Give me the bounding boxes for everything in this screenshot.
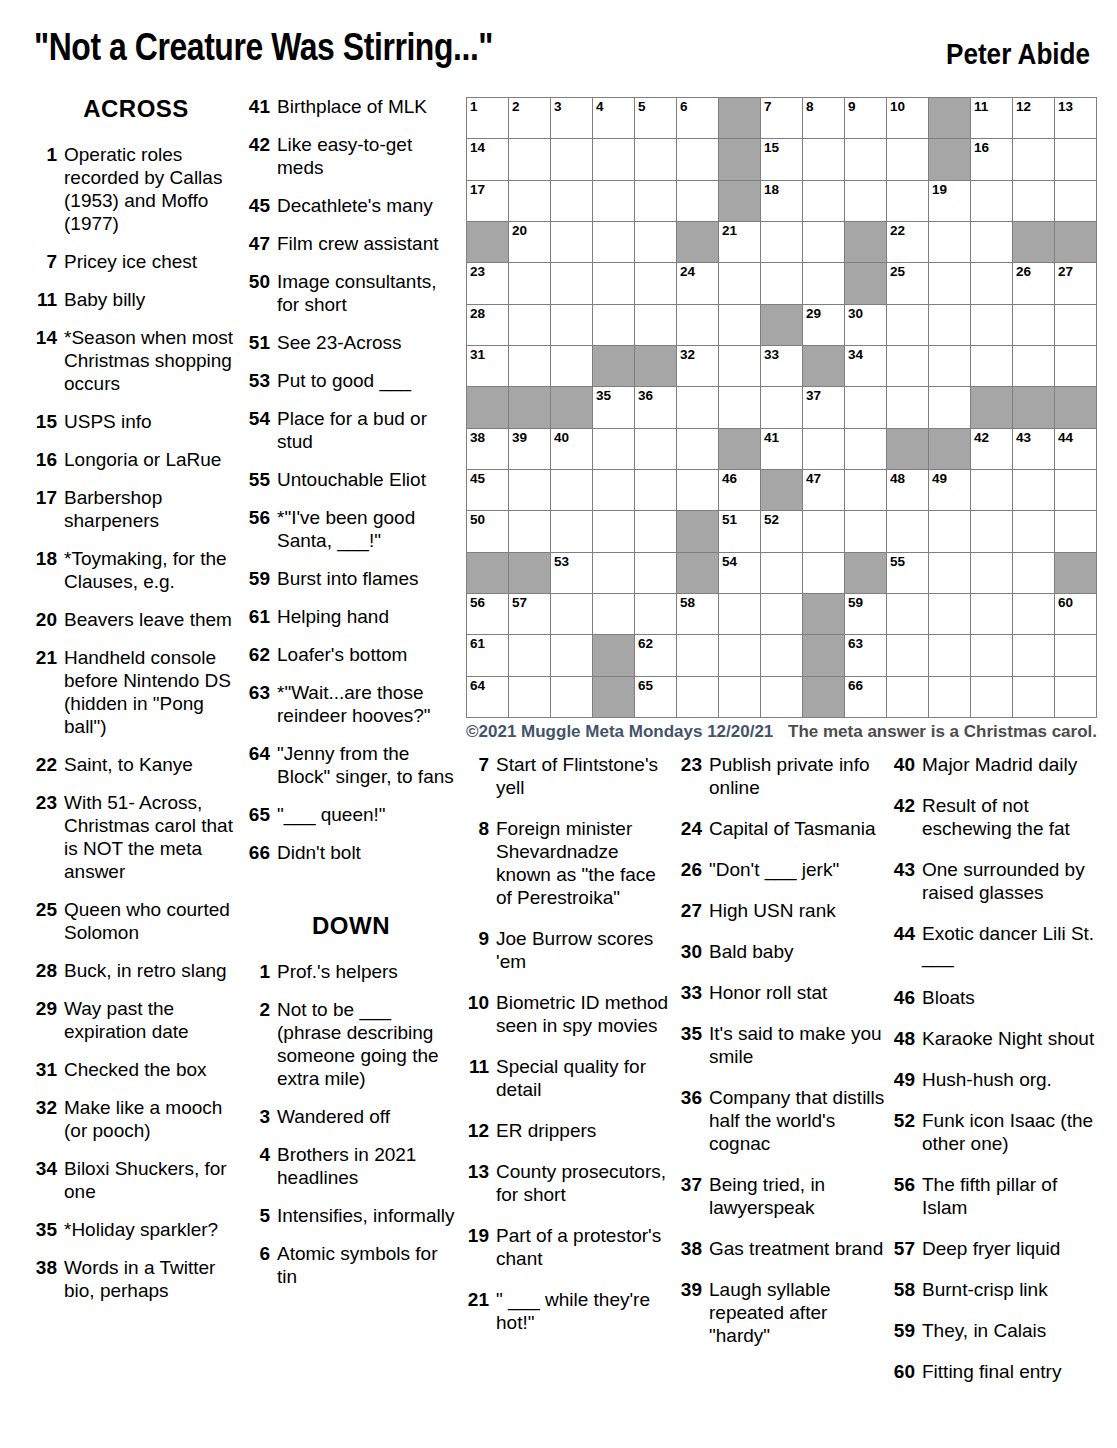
grid-cell-white[interactable] [635,263,677,304]
clue-item: 18*Toymaking, for the Clauses, e.g. [34,547,238,593]
grid-cell-white[interactable] [551,677,593,718]
grid-cell-white[interactable] [971,553,1013,594]
clue-number: 6 [247,1242,277,1288]
grid-cell-white[interactable] [887,635,929,676]
grid-cell-white[interactable] [1013,470,1055,511]
grid-cell-white[interactable] [845,387,887,428]
grid-cell-white[interactable] [635,222,677,263]
grid-cell-white[interactable] [551,222,593,263]
clue-item: 21" ___ while they're hot!" [466,1288,672,1334]
grid-cell-white[interactable] [509,139,551,180]
grid-cell-white[interactable] [677,181,719,222]
grid-cell-white[interactable]: 6 [677,98,719,139]
grid-cell-white[interactable] [887,305,929,346]
grid-cell-white[interactable]: 23 [467,263,509,304]
clue-number: 32 [34,1096,64,1142]
clue-text: Special quality for detail [496,1055,672,1101]
cell-number: 38 [470,431,485,445]
grid-cell-white[interactable]: 17 [467,181,509,222]
grid-cell-block [719,429,761,470]
grid-cell-white[interactable]: 35 [593,387,635,428]
grid-cell-white[interactable] [509,263,551,304]
grid-cell-white[interactable] [803,429,845,470]
clue-text: "___ queen!" [277,803,455,826]
grid-cell-white[interactable] [635,181,677,222]
grid-cell-white[interactable]: 4 [593,98,635,139]
cell-number: 57 [512,596,527,610]
grid-cell-white[interactable] [509,346,551,387]
clue-text: Capital of Tasmania [709,817,890,840]
grid-cell-white[interactable] [887,181,929,222]
grid-cell-white[interactable]: 13 [1055,98,1097,139]
grid-cell-white[interactable] [845,139,887,180]
clue-text: *"I've been good Santa, ___!" [277,506,455,552]
grid-cell-white[interactable] [593,139,635,180]
grid-cell-white[interactable] [635,429,677,470]
grid-cell-white[interactable]: 54 [719,553,761,594]
grid-cell-white[interactable] [929,677,971,718]
grid-cell-white[interactable]: 9 [845,98,887,139]
grid-cell-white[interactable] [1055,139,1097,180]
grid-cell-white[interactable]: 22 [887,222,929,263]
grid-cell-block [719,181,761,222]
clue-number: 23 [679,753,709,799]
clue-number: 22 [34,753,64,776]
cell-number: 3 [554,100,562,114]
grid-cell-white[interactable] [887,594,929,635]
clue-number: 3 [247,1105,277,1128]
grid-cell-white[interactable] [761,387,803,428]
grid-cell-block [803,594,845,635]
grid-cell-white[interactable]: 53 [551,553,593,594]
grid-cell-white[interactable]: 58 [677,594,719,635]
grid-cell-white[interactable] [719,677,761,718]
grid-cell-white[interactable] [635,139,677,180]
clue-text: Hush-hush org. [922,1068,1105,1091]
grid-cell-white[interactable]: 51 [719,511,761,552]
cell-number: 66 [848,679,863,693]
grid-cell-white[interactable] [803,181,845,222]
grid-cell-white[interactable] [635,553,677,594]
clue-item: 53Put to good ___ [247,369,455,392]
grid-cell-white[interactable]: 41 [761,429,803,470]
clue-text: Prof.'s helpers [277,960,455,983]
grid-cell-white[interactable] [971,677,1013,718]
grid-cell-white[interactable] [509,470,551,511]
grid-cell-white[interactable] [1013,677,1055,718]
grid-cell-white[interactable] [551,346,593,387]
grid-cell-white[interactable] [1055,346,1097,387]
clue-text: Decathlete's many [277,194,455,217]
grid-cell-white[interactable] [887,346,929,387]
grid-cell-white[interactable] [929,553,971,594]
grid-cell-white[interactable] [719,387,761,428]
cell-number: 35 [596,389,611,403]
grid-cell-white[interactable] [761,222,803,263]
cell-number: 48 [890,472,905,486]
grid-cell-block [593,635,635,676]
grid-cell-white[interactable] [677,429,719,470]
grid-cell-white[interactable] [1013,346,1055,387]
grid-cell-white[interactable] [1013,181,1055,222]
grid-cell-white[interactable] [929,346,971,387]
grid-cell-white[interactable] [509,181,551,222]
grid-cell-white[interactable] [971,222,1013,263]
grid-cell-white[interactable] [761,635,803,676]
grid-cell-white[interactable]: 15 [761,139,803,180]
grid-cell-white[interactable]: 12 [1013,98,1055,139]
grid-cell-white[interactable] [1055,305,1097,346]
grid-cell-block [803,635,845,676]
clue-item: 4Brothers in 2021 headlines [247,1143,455,1189]
grid-cell-white[interactable] [971,470,1013,511]
grid-cell-white[interactable] [551,139,593,180]
grid-cell-white[interactable] [887,511,929,552]
grid-cell-white[interactable] [593,553,635,594]
grid-cell-white[interactable] [1055,677,1097,718]
grid-cell-white[interactable]: 64 [467,677,509,718]
grid-cell-white[interactable] [551,305,593,346]
grid-cell-white[interactable] [1013,139,1055,180]
clue-number: 59 [247,567,277,590]
clue-text: County prosecutors, for short [496,1160,672,1206]
copyright-text: ©2021 Muggle Meta Mondays 12/20/21 [466,722,773,742]
clue-item: 66Didn't bolt [247,841,455,864]
grid-cell-block [845,222,887,263]
grid-cell-white[interactable] [1055,470,1097,511]
grid-cell-white[interactable] [803,553,845,594]
grid-cell-white[interactable]: 43 [1013,429,1055,470]
grid-cell-white[interactable] [1055,511,1097,552]
grid-cell-white[interactable] [1055,635,1097,676]
grid-cell-white[interactable]: 39 [509,429,551,470]
grid-cell-white[interactable] [845,181,887,222]
grid-cell-white[interactable]: 61 [467,635,509,676]
grid-cell-white[interactable] [971,305,1013,346]
clue-number: 52 [892,1109,922,1155]
grid-cell-white[interactable]: 19 [929,181,971,222]
grid-cell-white[interactable] [677,387,719,428]
cell-number: 65 [638,679,653,693]
grid-cell-white[interactable] [551,263,593,304]
cell-number: 33 [764,348,779,362]
grid-cell-white[interactable] [971,181,1013,222]
grid-cell-white[interactable]: 40 [551,429,593,470]
clue-item: 1Operatic roles recorded by Callas (1953… [34,143,238,235]
cell-number: 41 [764,431,779,445]
grid-cell-white[interactable]: 11 [971,98,1013,139]
grid-cell-white[interactable]: 52 [761,511,803,552]
grid-cell-white[interactable]: 25 [887,263,929,304]
clue-text: Buck, in retro slang [64,959,238,982]
grid-cell-white[interactable] [719,346,761,387]
grid-cell-white[interactable]: 46 [719,470,761,511]
puzzle-title: "Not a Creature Was Stirring..." [34,26,493,69]
grid-cell-white[interactable] [635,470,677,511]
grid-cell-white[interactable]: 37 [803,387,845,428]
grid-cell-white[interactable] [551,511,593,552]
grid-cell-white[interactable] [677,305,719,346]
grid-cell-white[interactable] [551,635,593,676]
clue-number: 11 [34,288,64,311]
grid-cell-white[interactable]: 36 [635,387,677,428]
clue-item: 19Part of a protestor's chant [466,1224,672,1270]
clue-item: 21Handheld console before Nintendo DS (h… [34,646,238,738]
clue-number: 59 [892,1319,922,1342]
grid-cell-block [719,98,761,139]
grid-cell-white[interactable]: 8 [803,98,845,139]
grid-cell-white[interactable]: 20 [509,222,551,263]
grid-cell-white[interactable]: 10 [887,98,929,139]
grid-cell-white[interactable]: 28 [467,305,509,346]
grid-cell-white[interactable] [761,553,803,594]
grid-cell-white[interactable] [1055,181,1097,222]
across-header: ACROSS [34,95,238,123]
clue-text: Saint, to Kanye [64,753,238,776]
grid-cell-white[interactable]: 55 [887,553,929,594]
grid-cell-white[interactable] [887,139,929,180]
grid-cell-white[interactable] [509,677,551,718]
cell-number: 18 [764,183,779,197]
grid-cell-white[interactable]: 60 [1055,594,1097,635]
clue-text: Queen who courted Solomon [64,898,238,944]
clue-item: 29Way past the expiration date [34,997,238,1043]
clue-number: 28 [34,959,64,982]
grid-cell-white[interactable]: 30 [845,305,887,346]
grid-cell-white[interactable] [1013,305,1055,346]
grid-cell-white[interactable]: 49 [929,470,971,511]
clue-number: 48 [892,1027,922,1050]
grid-cell-white[interactable] [1013,594,1055,635]
grid-cell-white[interactable] [971,346,1013,387]
grid-cell-white[interactable] [971,635,1013,676]
cell-number: 53 [554,555,569,569]
grid-cell-white[interactable]: 24 [677,263,719,304]
crossword-grid[interactable]: 1234567891011121314151617181920212223242… [466,97,1097,718]
clue-text: Bald baby [709,940,890,963]
grid-cell-white[interactable]: 48 [887,470,929,511]
grid-cell-white[interactable] [719,263,761,304]
grid-cell-white[interactable] [761,263,803,304]
grid-cell-block [761,470,803,511]
cell-number: 21 [722,224,737,238]
clue-number: 47 [247,232,277,255]
grid-cell-white[interactable]: 47 [803,470,845,511]
clue-item: 33Honor roll stat [679,981,890,1004]
grid-cell-white[interactable]: 50 [467,511,509,552]
grid-cell-white[interactable]: 32 [677,346,719,387]
clue-text: Like easy-to-get meds [277,133,455,179]
grid-cell-white[interactable] [677,470,719,511]
clue-item: 40Major Madrid daily [892,753,1105,776]
grid-cell-white[interactable]: 16 [971,139,1013,180]
grid-cell-white[interactable] [845,470,887,511]
grid-cell-white[interactable] [887,677,929,718]
cell-number: 30 [848,307,863,321]
grid-cell-white[interactable]: 66 [845,677,887,718]
clue-item: 2Not to be ___ (phrase describing someon… [247,998,455,1090]
grid-cell-white[interactable]: 1 [467,98,509,139]
clue-item: 27High USN rank [679,899,890,922]
grid-cell-white[interactable] [509,511,551,552]
grid-cell-white[interactable] [761,594,803,635]
clue-item: 1Prof.'s helpers [247,960,455,983]
grid-cell-block [1013,222,1055,263]
clue-item: 46Bloats [892,986,1105,1009]
clue-number: 21 [466,1288,496,1334]
puzzle-page: "Not a Creature Was Stirring..." Peter A… [0,0,1117,1448]
grid-cell-white[interactable]: 62 [635,635,677,676]
grid-cell-white[interactable]: 38 [467,429,509,470]
grid-cell-white[interactable] [509,305,551,346]
grid-cell-white[interactable] [929,305,971,346]
grid-cell-white[interactable] [929,263,971,304]
cell-number: 2 [512,100,520,114]
clue-number: 8 [466,817,496,909]
grid-cell-white[interactable] [929,222,971,263]
grid-cell-white[interactable] [635,511,677,552]
grid-cell-white[interactable] [719,594,761,635]
grid-cell-white[interactable] [803,222,845,263]
grid-cell-white[interactable] [593,429,635,470]
clue-text: Bloats [922,986,1105,1009]
grid-cell-white[interactable] [593,222,635,263]
grid-cell-white[interactable] [803,511,845,552]
grid-cell-white[interactable]: 14 [467,139,509,180]
grid-cell-white[interactable] [845,511,887,552]
cell-number: 63 [848,637,863,651]
grid-cell-white[interactable] [1013,511,1055,552]
grid-cell-white[interactable] [719,635,761,676]
grid-cell-white[interactable]: 26 [1013,263,1055,304]
clue-text: Image consultants, for short [277,270,455,316]
grid-cell-white[interactable]: 63 [845,635,887,676]
clue-text: Biloxi Shuckers, for one [64,1157,238,1203]
clue-text: Fitting final entry [922,1360,1105,1383]
clue-text: Result of not eschewing the fat [922,794,1105,840]
grid-cell-white[interactable] [551,594,593,635]
grid-cell-white[interactable]: 29 [803,305,845,346]
grid-cell-white[interactable] [845,429,887,470]
grid-cell-white[interactable] [593,305,635,346]
grid-cell-white[interactable]: 56 [467,594,509,635]
grid-cell-white[interactable] [971,594,1013,635]
grid-cell-white[interactable]: 34 [845,346,887,387]
clue-item: 60Fitting final entry [892,1360,1105,1383]
grid-cell-white[interactable] [593,181,635,222]
cell-number: 37 [806,389,821,403]
grid-cell-white[interactable]: 44 [1055,429,1097,470]
grid-cell-white[interactable] [971,511,1013,552]
cell-number: 31 [470,348,485,362]
clue-text: *Season when most Christmas shopping occ… [64,326,238,395]
grid-cell-white[interactable]: 18 [761,181,803,222]
grid-cell-white[interactable]: 45 [467,470,509,511]
clue-item: 64"Jenny from the Block" singer, to fans [247,742,455,788]
clue-item: 6Atomic symbols for tin [247,1242,455,1288]
clue-item: 35It's said to make you smile [679,1022,890,1068]
grid-cell-block [593,346,635,387]
clue-text: *Holiday sparkler? [64,1218,238,1241]
grid-cell-white[interactable]: 65 [635,677,677,718]
grid-cell-white[interactable] [929,594,971,635]
cell-number: 45 [470,472,485,486]
grid-cell-white[interactable] [719,305,761,346]
clue-text: Karaoke Night shout [922,1027,1105,1050]
clue-text: Gas treatment brand [709,1237,890,1260]
clue-text: Film crew assistant [277,232,455,255]
grid-cell-white[interactable] [551,470,593,511]
grid-cell-white[interactable] [803,263,845,304]
clue-text: It's said to make you smile [709,1022,890,1068]
grid-cell-white[interactable] [677,635,719,676]
grid-cell-white[interactable] [635,594,677,635]
grid-cell-white[interactable]: 57 [509,594,551,635]
clue-item: 54Place for a bud or stud [247,407,455,453]
clue-item: 51See 23-Across [247,331,455,354]
clue-item: 13County prosecutors, for short [466,1160,672,1206]
cell-number: 7 [764,100,772,114]
grid-cell-white[interactable] [593,511,635,552]
clue-item: 43One surrounded by raised glasses [892,858,1105,904]
clue-column-across-2-down-1: 41Birthplace of MLK42Like easy-to-get me… [247,95,455,1303]
clue-text: *"Wait...are those reindeer hooves?" [277,681,455,727]
clue-number: 21 [34,646,64,738]
grid-cell-white[interactable]: 33 [761,346,803,387]
grid-cell-white[interactable] [677,139,719,180]
grid-cell-white[interactable] [509,635,551,676]
grid-cell-block [719,139,761,180]
clue-item: 45Decathlete's many [247,194,455,217]
clue-item: 38Words in a Twitter bio, perhaps [34,1256,238,1302]
grid-footer: ©2021 Muggle Meta Mondays 12/20/21 The m… [466,722,1097,742]
grid-cell-white[interactable] [1013,635,1055,676]
grid-cell-white[interactable] [971,263,1013,304]
grid-cell-white[interactable] [1013,553,1055,594]
grid-cell-white[interactable]: 2 [509,98,551,139]
grid-cell-white[interactable]: 21 [719,222,761,263]
clue-text: Untouchable Eliot [277,468,455,491]
cell-number: 32 [680,348,695,362]
grid-cell-white[interactable] [593,470,635,511]
grid-cell-white[interactable] [929,387,971,428]
grid-cell-white[interactable]: 7 [761,98,803,139]
clue-column-down-2: 7Start of Flintstone's yell8Foreign mini… [466,753,672,1352]
clue-number: 24 [679,817,709,840]
grid-cell-white[interactable]: 5 [635,98,677,139]
clue-item: 15USPS info [34,410,238,433]
grid-cell-white[interactable] [929,635,971,676]
clue-number: 7 [466,753,496,799]
grid-cell-white[interactable] [887,387,929,428]
grid-cell-white[interactable] [593,594,635,635]
clue-number: 38 [679,1237,709,1260]
grid-cell-white[interactable]: 3 [551,98,593,139]
grid-cell-white[interactable]: 42 [971,429,1013,470]
grid-cell-white[interactable] [551,181,593,222]
cell-number: 23 [470,265,485,279]
grid-cell-white[interactable] [929,511,971,552]
grid-cell-white[interactable] [803,139,845,180]
clue-text: Handheld console before Nintendo DS (hid… [64,646,238,738]
grid-cell-white[interactable]: 31 [467,346,509,387]
grid-cell-white[interactable]: 59 [845,594,887,635]
grid-cell-white[interactable] [677,677,719,718]
grid-cell-white[interactable] [593,263,635,304]
grid-cell-white[interactable] [635,305,677,346]
grid-cell-white[interactable]: 27 [1055,263,1097,304]
grid-cell-white[interactable] [761,677,803,718]
